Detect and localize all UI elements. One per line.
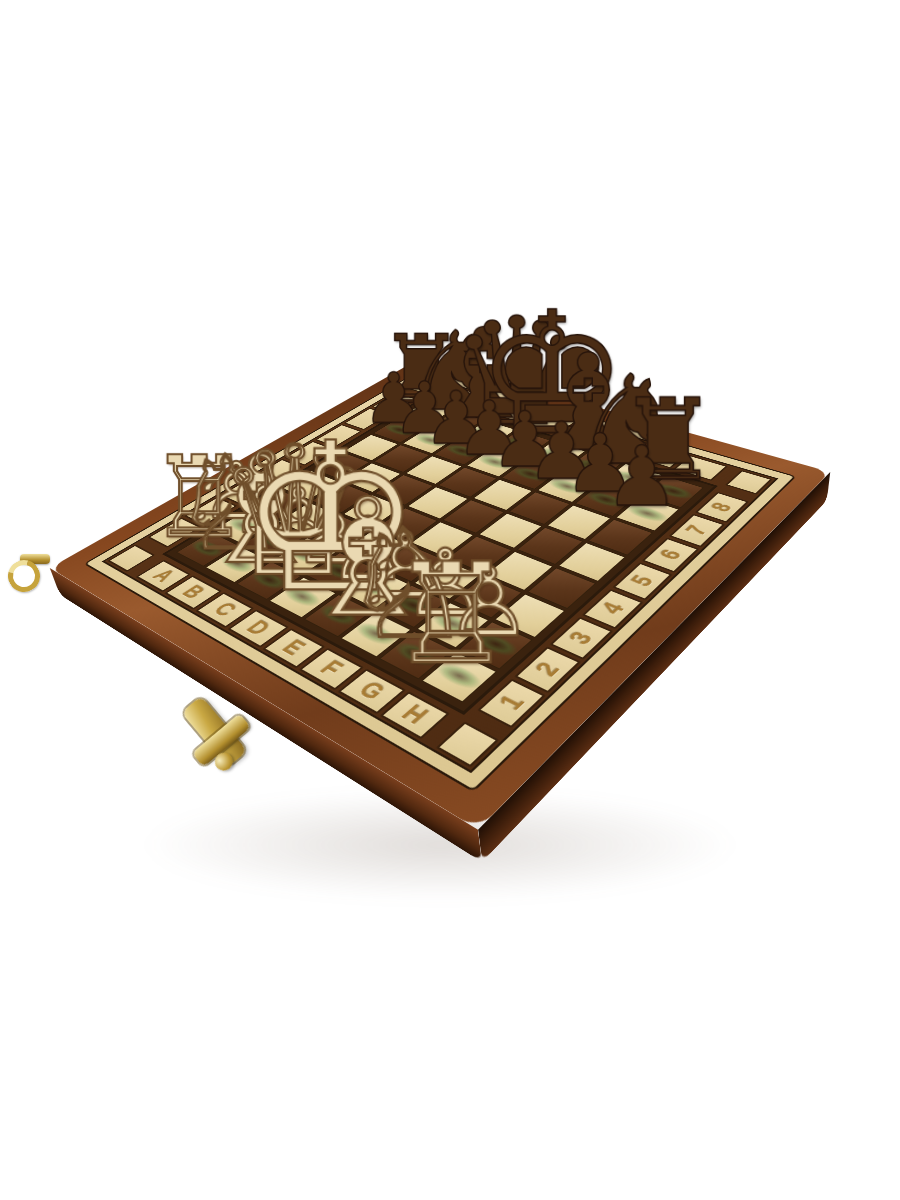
chess-set-product-photo: ABCDEFGH12345678 ♜♞♝♛♚♝♞♜♟︎♟︎♟︎♟︎♟︎♟︎♟︎♟… (0, 0, 900, 1200)
white-rook-glyph: ♖ (290, 544, 612, 683)
brass-clasp-left-icon (6, 548, 54, 592)
scene: ABCDEFGH12345678 ♜♞♝♛♚♝♞♜♟︎♟︎♟︎♟︎♟︎♟︎♟︎♟… (0, 0, 900, 1200)
black-pawn-glyph: ♟︎ (507, 436, 776, 519)
